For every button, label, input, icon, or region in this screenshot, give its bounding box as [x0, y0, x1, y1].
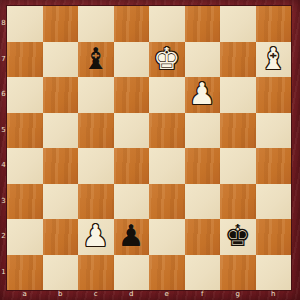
square-b7[interactable] — [43, 42, 79, 78]
square-d2[interactable]: ♟ — [114, 219, 150, 255]
square-d4[interactable] — [114, 148, 150, 184]
file-label-e: e — [149, 289, 185, 300]
square-h5[interactable] — [256, 113, 292, 149]
square-f3[interactable] — [185, 184, 221, 220]
square-h4[interactable] — [256, 148, 292, 184]
square-g4[interactable] — [220, 148, 256, 184]
rank-label-1: 1 — [0, 255, 7, 291]
square-d3[interactable] — [114, 184, 150, 220]
file-label-a: a — [7, 289, 43, 300]
square-e4[interactable] — [149, 148, 185, 184]
square-g6[interactable] — [220, 77, 256, 113]
square-b8[interactable] — [43, 6, 79, 42]
square-g8[interactable] — [220, 6, 256, 42]
file-label-b: b — [43, 289, 79, 300]
square-c2[interactable]: ♟ — [78, 219, 114, 255]
square-h8[interactable] — [256, 6, 292, 42]
square-g3[interactable] — [220, 184, 256, 220]
square-b5[interactable] — [43, 113, 79, 149]
square-d1[interactable] — [114, 255, 150, 291]
square-a3[interactable] — [7, 184, 43, 220]
chessboard-frame: 8 7 6 5 4 3 2 1 ♝♚♝♟♟♟♚ a b c d e f g h — [0, 0, 300, 300]
file-label-h: h — [256, 289, 292, 300]
square-e8[interactable] — [149, 6, 185, 42]
square-f6[interactable]: ♟ — [185, 77, 221, 113]
square-e5[interactable] — [149, 113, 185, 149]
black-pawn-d2[interactable]: ♟ — [118, 218, 145, 253]
square-h3[interactable] — [256, 184, 292, 220]
square-a7[interactable] — [7, 42, 43, 78]
square-g1[interactable] — [220, 255, 256, 291]
square-f5[interactable] — [185, 113, 221, 149]
square-c4[interactable] — [78, 148, 114, 184]
black-bishop-c7[interactable]: ♝ — [82, 41, 109, 76]
square-g5[interactable] — [220, 113, 256, 149]
square-a8[interactable] — [7, 6, 43, 42]
square-b1[interactable] — [43, 255, 79, 291]
white-bishop-h7[interactable]: ♝ — [260, 41, 287, 76]
white-pawn-f6[interactable]: ♟ — [189, 76, 216, 111]
square-a6[interactable] — [7, 77, 43, 113]
file-label-g: g — [220, 289, 256, 300]
rank-label-2: 2 — [0, 219, 7, 255]
square-f8[interactable] — [185, 6, 221, 42]
file-labels: a b c d e f g h — [7, 289, 291, 300]
square-c6[interactable] — [78, 77, 114, 113]
white-pawn-c2[interactable]: ♟ — [82, 218, 109, 253]
chess-board: ♝♚♝♟♟♟♚ — [7, 6, 291, 290]
square-e7[interactable]: ♚ — [149, 42, 185, 78]
rank-label-5: 5 — [0, 113, 7, 149]
square-h1[interactable] — [256, 255, 292, 291]
square-h7[interactable]: ♝ — [256, 42, 292, 78]
square-b2[interactable] — [43, 219, 79, 255]
rank-label-8: 8 — [0, 6, 7, 42]
square-a2[interactable] — [7, 219, 43, 255]
square-d7[interactable] — [114, 42, 150, 78]
square-g7[interactable] — [220, 42, 256, 78]
square-a5[interactable] — [7, 113, 43, 149]
square-f1[interactable] — [185, 255, 221, 291]
square-h6[interactable] — [256, 77, 292, 113]
black-king-g2[interactable]: ♚ — [224, 218, 251, 253]
square-b3[interactable] — [43, 184, 79, 220]
square-e6[interactable] — [149, 77, 185, 113]
square-b4[interactable] — [43, 148, 79, 184]
square-c1[interactable] — [78, 255, 114, 291]
square-a1[interactable] — [7, 255, 43, 291]
rank-label-7: 7 — [0, 42, 7, 78]
square-g2[interactable]: ♚ — [220, 219, 256, 255]
square-h2[interactable] — [256, 219, 292, 255]
square-d8[interactable] — [114, 6, 150, 42]
square-d5[interactable] — [114, 113, 150, 149]
white-king-e7[interactable]: ♚ — [153, 41, 180, 76]
square-c7[interactable]: ♝ — [78, 42, 114, 78]
file-label-d: d — [114, 289, 150, 300]
square-e2[interactable] — [149, 219, 185, 255]
rank-label-6: 6 — [0, 77, 7, 113]
square-e1[interactable] — [149, 255, 185, 291]
square-c8[interactable] — [78, 6, 114, 42]
rank-label-4: 4 — [0, 148, 7, 184]
square-d6[interactable] — [114, 77, 150, 113]
square-b6[interactable] — [43, 77, 79, 113]
square-a4[interactable] — [7, 148, 43, 184]
square-f2[interactable] — [185, 219, 221, 255]
square-c3[interactable] — [78, 184, 114, 220]
square-f7[interactable] — [185, 42, 221, 78]
file-label-f: f — [185, 289, 221, 300]
rank-label-3: 3 — [0, 184, 7, 220]
square-e3[interactable] — [149, 184, 185, 220]
square-c5[interactable] — [78, 113, 114, 149]
file-label-c: c — [78, 289, 114, 300]
rank-labels: 8 7 6 5 4 3 2 1 — [0, 6, 7, 290]
square-f4[interactable] — [185, 148, 221, 184]
